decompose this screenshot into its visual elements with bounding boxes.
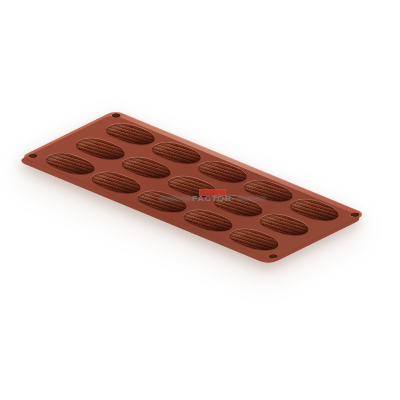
watermark-faint-text-right xyxy=(237,196,266,201)
corner-hole-left xyxy=(27,153,39,158)
corner-hole-bottom xyxy=(267,254,279,259)
corner-hole-top xyxy=(110,113,122,118)
product-photo: FACTOR· xyxy=(0,0,400,400)
silicone-madeleine-mold xyxy=(20,110,367,261)
watermark-text: FACTOR· xyxy=(192,194,235,203)
watermark-faint-text-left xyxy=(159,196,192,201)
corner-hole-right xyxy=(349,212,361,217)
